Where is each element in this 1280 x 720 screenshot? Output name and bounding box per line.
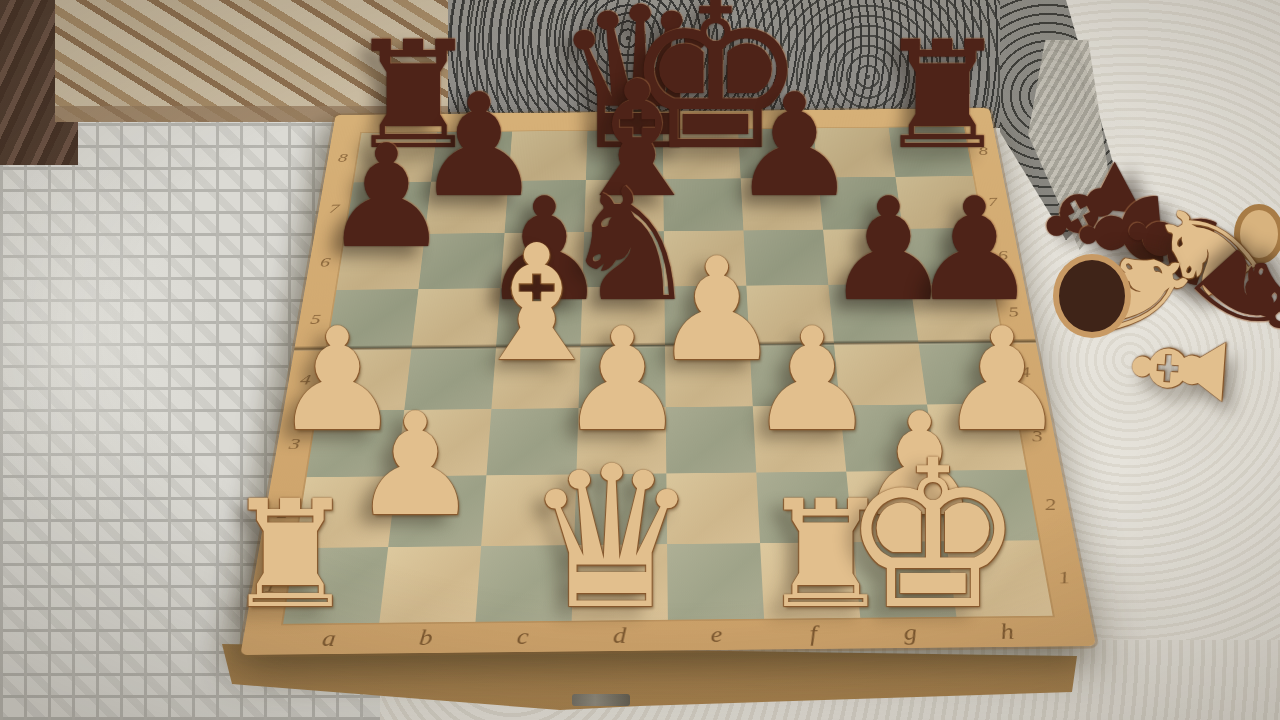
piece-black-rook-h8[interactable]: ♜ xyxy=(876,22,1009,170)
piece-white-pawn-b2[interactable]: ♟ xyxy=(352,394,479,536)
file-label-b: b xyxy=(418,625,434,650)
board-clasp-hinge xyxy=(572,694,630,706)
piece-white-queen-d1[interactable]: ♛ xyxy=(524,440,700,636)
scene: abcdefgh1122334455667788 ♜♛♚♜♟♝♟♟♟♞♟♟♝♟♟… xyxy=(0,0,1280,720)
captured-piece-white-bishop[interactable]: ♝ xyxy=(1114,309,1247,430)
piece-white-king-g1[interactable]: ♚ xyxy=(841,433,1025,638)
piece-white-rook-a1[interactable]: ♜ xyxy=(224,481,357,629)
square-b1[interactable] xyxy=(379,546,481,623)
piece-black-pawn-a6[interactable]: ♟ xyxy=(323,126,450,268)
rank-label-right-2: 2 xyxy=(1043,494,1058,514)
rank-label-right-1: 1 xyxy=(1056,567,1072,588)
file-label-e: e xyxy=(710,622,723,647)
